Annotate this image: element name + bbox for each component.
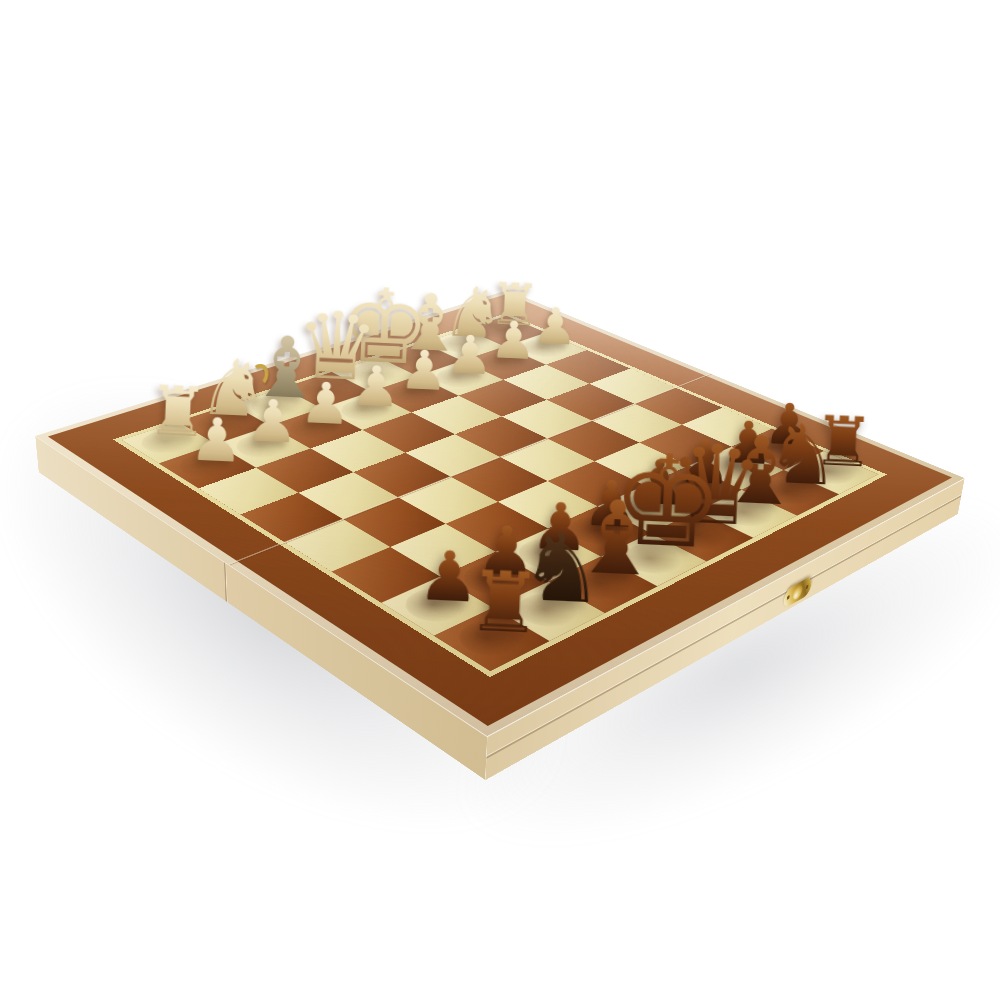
piece-white-pawn[interactable]: ♟ — [146, 407, 287, 473]
clasp-screw-icon — [787, 595, 790, 600]
piece-black-rook[interactable]: ♜ — [420, 558, 588, 649]
chess-board[interactable]: ♜♞♝♛♚♝♞♜♟♟♟♟♟♟♟♟♟♟♟♟♟♟♟♟♜♞♝♚♛♝♞♜ — [35, 290, 965, 736]
product-photo-stage: ♜♞♝♛♚♝♞♜♟♟♟♟♟♟♟♟♟♟♟♟♟♟♟♟♜♞♝♚♛♝♞♜ — [0, 0, 1000, 1000]
camera-roll-wrapper: ♜♞♝♛♚♝♞♜♟♟♟♟♟♟♟♟♟♟♟♟♟♟♟♟♜♞♝♚♛♝♞♜ — [0, 0, 1000, 1000]
clasp-knob-icon — [792, 583, 803, 601]
brass-clasp-icon[interactable] — [783, 575, 813, 609]
clasp-screw-icon — [806, 584, 809, 589]
playing-area: ♜♞♝♛♚♝♞♜♟♟♟♟♟♟♟♟♟♟♟♟♟♟♟♟♜♞♝♚♛♝♞♜ — [113, 313, 887, 677]
box-halves-seam — [224, 562, 227, 602]
perspective-scene: ♜♞♝♛♚♝♞♜♟♟♟♟♟♟♟♟♟♟♟♟♟♟♟♟♜♞♝♚♛♝♞♜ — [0, 0, 1000, 1000]
